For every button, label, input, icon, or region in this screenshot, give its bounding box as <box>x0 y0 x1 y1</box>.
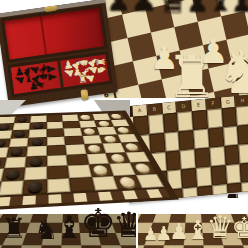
black-chess-piece: ♜ <box>1 215 26 243</box>
black-chess-piece: ♚ <box>80 203 116 243</box>
board-square <box>68 165 92 178</box>
board-square <box>164 132 180 152</box>
light-checker-disc <box>110 154 125 162</box>
light-checker-disc <box>134 163 151 172</box>
black-chess-piece: ♟ <box>231 0 248 16</box>
board-square <box>192 110 208 130</box>
black-chess-piece: ♟ <box>15 75 25 85</box>
light-checker-disc <box>103 135 116 142</box>
dark-checker-disc <box>10 148 23 156</box>
board-square <box>236 106 248 126</box>
light-checker-disc <box>80 115 91 120</box>
board-square <box>196 167 212 187</box>
product-collage: 567 ♟♟♛♟♝♟ ♟♜♟♞ ♟♞♟♜♟♟♝♟♞♟♟♜ ♟♟♞♟♜♟♟♝♟♞♜… <box>0 0 248 248</box>
board-square <box>163 113 179 133</box>
board-square <box>225 164 241 184</box>
brass-clasp <box>80 89 88 100</box>
black-chess-piece: ♞ <box>222 194 242 202</box>
board-square <box>211 165 227 185</box>
black-chess-piece: ♛ <box>113 208 136 243</box>
dark-checker-disc <box>17 117 28 122</box>
board-square <box>240 162 248 182</box>
light-checker-disc <box>125 143 140 150</box>
light-checker-disc <box>84 128 96 134</box>
black-chess-piece: ♟ <box>186 0 209 16</box>
board-square <box>180 149 196 169</box>
board-square <box>195 148 211 168</box>
board-square <box>181 168 197 188</box>
light-checker-disc <box>118 177 136 188</box>
black-chess-piece: ♟ <box>47 71 55 79</box>
wooden-box: ♟♞♟♜♟♟♝♟♞♟♟♜ ♟♟♞♟♜♟♟♝♟♞♜♟ <box>0 0 118 107</box>
board-square <box>207 108 223 128</box>
board-square <box>148 114 164 134</box>
dark-checker-disc <box>29 157 42 166</box>
white-chess-piece: ♞ <box>216 42 248 98</box>
board-square <box>24 166 47 180</box>
board-square <box>193 129 209 149</box>
black-chess-piece: ♟ <box>106 0 131 16</box>
black-chess-piece: ♟ <box>190 194 208 197</box>
photo-open-box: ♟♞♟♜♟♟♝♟♞♟♟♜ ♟♟♞♟♜♟♟♝♟♞♜♟ <box>0 0 118 107</box>
white-chess-piece: ♟ <box>84 73 94 83</box>
black-piece-lineup: ♜♞♝♚♛♝♞♟♟♟♟ <box>4 203 136 243</box>
white-pieces-compartment: ♟♟♞♟♜♟♟♝♟♞♜♟ <box>60 54 110 87</box>
board-square <box>224 145 240 165</box>
photo-black-pieces-row: ♜♞♝♚♛♝♞♟♟♟♟ <box>0 188 136 248</box>
dark-checker-disc <box>14 131 26 137</box>
light-checker-disc <box>98 121 110 126</box>
black-chess-piece: ♛ <box>156 0 190 19</box>
black-chess-piece: ♝ <box>207 0 234 16</box>
photo-white-pieces-row: ♟♞ ♟♟♟♝♛♚♜ <box>138 194 248 248</box>
dark-checker-disc <box>31 138 43 145</box>
board-square <box>221 107 237 127</box>
white-chess-piece: ♛ <box>206 212 234 243</box>
dark-checker-disc <box>0 140 7 147</box>
photo-board-closeup: 567 ♟♟♛♟♝♟ ♟♜♟♞ <box>104 0 248 98</box>
board-square <box>149 133 165 153</box>
board-square <box>47 165 70 178</box>
black-chess-piece: ♝ <box>55 212 83 243</box>
board-square <box>208 127 224 147</box>
board-square <box>239 143 248 163</box>
white-piece-lineup: ♟♟♟♝♛♚♜ <box>146 209 248 243</box>
black-chess-piece: ♟ <box>46 63 54 71</box>
white-chess-piece: ♜ <box>95 56 103 64</box>
board-square <box>209 146 225 166</box>
board-square <box>179 130 195 150</box>
dark-checker-disc <box>0 159 2 168</box>
board-square <box>165 150 181 170</box>
white-chess-piece: ♞ <box>96 64 104 72</box>
dark-checker-disc <box>0 124 10 130</box>
dark-checker-disc <box>33 123 44 129</box>
black-chess-piece: ♜ <box>35 80 45 90</box>
light-checker-disc <box>93 165 109 174</box>
light-checker-disc <box>111 114 123 119</box>
photo-checkers-setup <box>0 100 130 190</box>
board-square <box>135 174 164 189</box>
light-checker-disc <box>117 127 130 133</box>
board-square <box>130 162 157 175</box>
board-square <box>237 124 248 144</box>
board-square <box>177 111 193 131</box>
white-chess-piece: ♚ <box>231 214 248 243</box>
light-checker-disc <box>88 145 102 152</box>
black-pieces-compartment: ♟♞♟♜♟♟♝♟♞♟♟♜ <box>11 61 61 94</box>
black-chess-piece: ♟ <box>130 0 158 16</box>
board-square <box>1 167 25 181</box>
white-chess-piece: ♟ <box>64 68 74 78</box>
board-square <box>223 126 239 146</box>
dark-checker-disc <box>6 169 21 179</box>
